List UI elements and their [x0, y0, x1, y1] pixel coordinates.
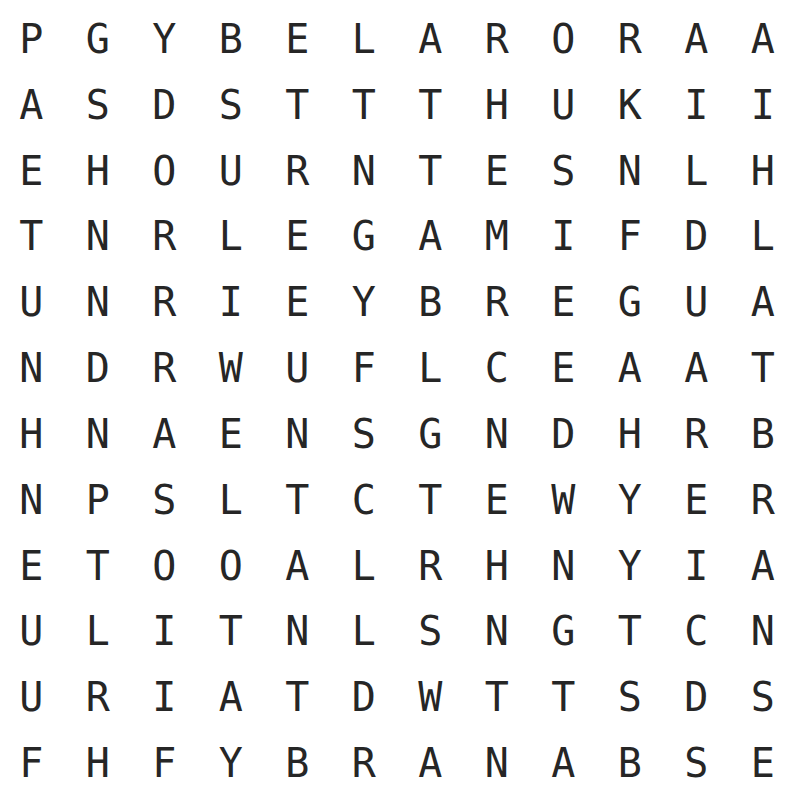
- grid-cell-r12c4[interactable]: Y: [198, 730, 265, 796]
- grid-cell-r4c7[interactable]: A: [397, 204, 464, 270]
- grid-cell-r5c6[interactable]: Y: [331, 269, 398, 335]
- grid-cell-r8c9[interactable]: W: [530, 467, 597, 533]
- grid-cell-r12c9[interactable]: A: [530, 730, 597, 796]
- grid-cell-r6c2[interactable]: D: [65, 335, 132, 401]
- grid-cell-r2c2[interactable]: S: [65, 72, 132, 138]
- grid-cell-r4c8[interactable]: M: [464, 204, 531, 270]
- grid-cell-r9c5[interactable]: A: [264, 533, 331, 599]
- grid-cell-r4c9[interactable]: I: [530, 204, 597, 270]
- grid-cell-r3c6[interactable]: N: [331, 138, 398, 204]
- grid-cell-r11c5[interactable]: T: [264, 664, 331, 730]
- grid-cell-r5c1[interactable]: U: [0, 269, 65, 335]
- grid-cell-r4c12[interactable]: L: [730, 204, 797, 270]
- grid-cell-r11c11[interactable]: D: [663, 664, 730, 730]
- grid-cell-r10c9[interactable]: G: [530, 599, 597, 665]
- grid-cell-r3c8[interactable]: E: [464, 138, 531, 204]
- grid-cell-r5c12[interactable]: A: [730, 269, 797, 335]
- grid-cell-r6c4[interactable]: W: [198, 335, 265, 401]
- grid-cell-r8c5[interactable]: T: [264, 467, 331, 533]
- grid-cell-r9c12[interactable]: A: [730, 533, 797, 599]
- grid-cell-r8c2[interactable]: P: [65, 467, 132, 533]
- grid-cell-r12c8[interactable]: N: [464, 730, 531, 796]
- grid-cell-r6c8[interactable]: C: [464, 335, 531, 401]
- grid-cell-r5c7[interactable]: B: [397, 269, 464, 335]
- grid-cell-r11c8[interactable]: T: [464, 664, 531, 730]
- grid-cell-r3c3[interactable]: O: [131, 138, 198, 204]
- grid-cell-r1c9[interactable]: O: [530, 6, 597, 72]
- grid-cell-r5c11[interactable]: U: [663, 269, 730, 335]
- grid-cell-r3c7[interactable]: T: [397, 138, 464, 204]
- grid-cell-r1c11[interactable]: A: [663, 6, 730, 72]
- grid-cell-r2c11[interactable]: I: [663, 72, 730, 138]
- grid-cell-r1c6[interactable]: L: [331, 6, 398, 72]
- grid-cell-r1c8[interactable]: R: [464, 6, 531, 72]
- grid-cell-r9c11[interactable]: I: [663, 533, 730, 599]
- grid-cell-r9c1[interactable]: E: [0, 533, 65, 599]
- grid-cell-r10c11[interactable]: C: [663, 599, 730, 665]
- grid-cell-r7c4[interactable]: E: [198, 401, 265, 467]
- grid-cell-r4c3[interactable]: R: [131, 204, 198, 270]
- grid-cell-r4c10[interactable]: F: [597, 204, 664, 270]
- grid-cell-r2c5[interactable]: T: [264, 72, 331, 138]
- grid-cell-r3c10[interactable]: N: [597, 138, 664, 204]
- grid-cell-r7c8[interactable]: N: [464, 401, 531, 467]
- grid-cell-r12c1[interactable]: F: [0, 730, 65, 796]
- grid-cell-r8c4[interactable]: L: [198, 467, 265, 533]
- grid-cell-r7c5[interactable]: N: [264, 401, 331, 467]
- grid-cell-r7c7[interactable]: G: [397, 401, 464, 467]
- grid-cell-r6c10[interactable]: A: [597, 335, 664, 401]
- grid-cell-r7c2[interactable]: N: [65, 401, 132, 467]
- grid-cell-r8c3[interactable]: S: [131, 467, 198, 533]
- grid-cell-r10c1[interactable]: U: [0, 599, 65, 665]
- grid-cell-r1c3[interactable]: Y: [131, 6, 198, 72]
- grid-cell-r7c11[interactable]: R: [663, 401, 730, 467]
- grid-cell-r6c5[interactable]: U: [264, 335, 331, 401]
- grid-cell-r1c4[interactable]: B: [198, 6, 265, 72]
- grid-cell-r2c10[interactable]: K: [597, 72, 664, 138]
- grid-cell-r4c2[interactable]: N: [65, 204, 132, 270]
- grid-cell-r7c9[interactable]: D: [530, 401, 597, 467]
- grid-cell-r8c10[interactable]: Y: [597, 467, 664, 533]
- grid-cell-r9c4[interactable]: O: [198, 533, 265, 599]
- grid-cell-r12c6[interactable]: R: [331, 730, 398, 796]
- grid-cell-r2c9[interactable]: U: [530, 72, 597, 138]
- grid-cell-r3c2[interactable]: H: [65, 138, 132, 204]
- grid-cell-r7c10[interactable]: H: [597, 401, 664, 467]
- grid-cell-r7c12[interactable]: B: [730, 401, 797, 467]
- grid-cell-r4c4[interactable]: L: [198, 204, 265, 270]
- grid-cell-r10c4[interactable]: T: [198, 599, 265, 665]
- grid-cell-r11c3[interactable]: I: [131, 664, 198, 730]
- grid-cell-r12c10[interactable]: B: [597, 730, 664, 796]
- grid-cell-r3c4[interactable]: U: [198, 138, 265, 204]
- grid-cell-r4c6[interactable]: G: [331, 204, 398, 270]
- grid-cell-r11c12[interactable]: S: [730, 664, 797, 730]
- grid-cell-r9c7[interactable]: R: [397, 533, 464, 599]
- grid-cell-r10c8[interactable]: N: [464, 599, 531, 665]
- grid-cell-r9c9[interactable]: N: [530, 533, 597, 599]
- grid-cell-r10c5[interactable]: N: [264, 599, 331, 665]
- grid-cell-r12c5[interactable]: B: [264, 730, 331, 796]
- grid-cell-r1c10[interactable]: R: [597, 6, 664, 72]
- grid-cell-r7c3[interactable]: A: [131, 401, 198, 467]
- grid-cell-r1c7[interactable]: A: [397, 6, 464, 72]
- grid-cell-r8c6[interactable]: C: [331, 467, 398, 533]
- grid-cell-r9c3[interactable]: O: [131, 533, 198, 599]
- grid-cell-r2c8[interactable]: H: [464, 72, 531, 138]
- grid-cell-r6c7[interactable]: L: [397, 335, 464, 401]
- grid-cell-r4c5[interactable]: E: [264, 204, 331, 270]
- grid-cell-r6c1[interactable]: N: [0, 335, 65, 401]
- grid-cell-r11c4[interactable]: A: [198, 664, 265, 730]
- grid-cell-r12c11[interactable]: S: [663, 730, 730, 796]
- grid-cell-r2c7[interactable]: T: [397, 72, 464, 138]
- grid-cell-r2c12[interactable]: I: [730, 72, 797, 138]
- grid-cell-r5c5[interactable]: E: [264, 269, 331, 335]
- grid-cell-r10c3[interactable]: I: [131, 599, 198, 665]
- grid-cell-r8c12[interactable]: R: [730, 467, 797, 533]
- grid-cell-r9c8[interactable]: H: [464, 533, 531, 599]
- grid-cell-r3c12[interactable]: H: [730, 138, 797, 204]
- grid-cell-r9c6[interactable]: L: [331, 533, 398, 599]
- grid-cell-r3c1[interactable]: E: [0, 138, 65, 204]
- grid-cell-r5c3[interactable]: R: [131, 269, 198, 335]
- grid-cell-r2c4[interactable]: S: [198, 72, 265, 138]
- grid-cell-r11c6[interactable]: D: [331, 664, 398, 730]
- grid-cell-r11c9[interactable]: T: [530, 664, 597, 730]
- grid-cell-r3c11[interactable]: L: [663, 138, 730, 204]
- grid-cell-r5c2[interactable]: N: [65, 269, 132, 335]
- grid-cell-r8c1[interactable]: N: [0, 467, 65, 533]
- grid-cell-r2c1[interactable]: A: [0, 72, 65, 138]
- grid-cell-r6c6[interactable]: F: [331, 335, 398, 401]
- grid-cell-r10c7[interactable]: S: [397, 599, 464, 665]
- grid-cell-r6c11[interactable]: A: [663, 335, 730, 401]
- grid-cell-r10c6[interactable]: L: [331, 599, 398, 665]
- grid-cell-r11c2[interactable]: R: [65, 664, 132, 730]
- grid-cell-r10c10[interactable]: T: [597, 599, 664, 665]
- grid-cell-r8c8[interactable]: E: [464, 467, 531, 533]
- grid-cell-r1c2[interactable]: G: [65, 6, 132, 72]
- grid-cell-r8c11[interactable]: E: [663, 467, 730, 533]
- grid-cell-r12c12[interactable]: E: [730, 730, 797, 796]
- grid-cell-r3c5[interactable]: R: [264, 138, 331, 204]
- grid-cell-r5c4[interactable]: I: [198, 269, 265, 335]
- grid-cell-r6c3[interactable]: R: [131, 335, 198, 401]
- grid-cell-r5c8[interactable]: R: [464, 269, 531, 335]
- grid-cell-r2c3[interactable]: D: [131, 72, 198, 138]
- grid-cell-r1c1[interactable]: P: [0, 6, 65, 72]
- grid-cell-r5c9[interactable]: E: [530, 269, 597, 335]
- grid-cell-r4c1[interactable]: T: [0, 204, 65, 270]
- grid-cell-r6c12[interactable]: T: [730, 335, 797, 401]
- grid-cell-r12c7[interactable]: A: [397, 730, 464, 796]
- grid-cell-r3c9[interactable]: S: [530, 138, 597, 204]
- grid-cell-r9c2[interactable]: T: [65, 533, 132, 599]
- grid-cell-r9c10[interactable]: Y: [597, 533, 664, 599]
- grid-cell-r11c7[interactable]: W: [397, 664, 464, 730]
- grid-cell-r11c10[interactable]: S: [597, 664, 664, 730]
- grid-cell-r12c3[interactable]: F: [131, 730, 198, 796]
- grid-cell-r2c6[interactable]: T: [331, 72, 398, 138]
- word-search-puzzle: PGYBELARORAAASDSTTTHUKIIEHOURNTESNLHTNRL…: [0, 0, 800, 804]
- word-search-grid: PGYBELARORAAASDSTTTHUKIIEHOURNTESNLHTNRL…: [0, 6, 796, 796]
- grid-cell-r10c2[interactable]: L: [65, 599, 132, 665]
- grid-cell-r1c5[interactable]: E: [264, 6, 331, 72]
- grid-cell-r7c6[interactable]: S: [331, 401, 398, 467]
- grid-cell-r7c1[interactable]: H: [0, 401, 65, 467]
- grid-cell-r1c12[interactable]: A: [730, 6, 797, 72]
- grid-cell-r11c1[interactable]: U: [0, 664, 65, 730]
- grid-cell-r6c9[interactable]: E: [530, 335, 597, 401]
- grid-cell-r8c7[interactable]: T: [397, 467, 464, 533]
- grid-cell-r10c12[interactable]: N: [730, 599, 797, 665]
- grid-cell-r4c11[interactable]: D: [663, 204, 730, 270]
- grid-cell-r5c10[interactable]: G: [597, 269, 664, 335]
- grid-cell-r12c2[interactable]: H: [65, 730, 132, 796]
